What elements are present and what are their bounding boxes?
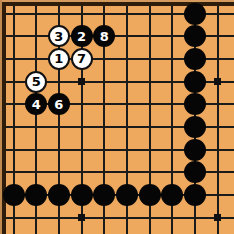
stone-black-8: 8 [93,25,115,47]
star-point [214,78,221,85]
stone-black-2: 2 [71,25,93,47]
stone-black [116,184,138,206]
stone-white-5: 5 [25,71,47,93]
stone-black [3,184,25,206]
stone-black [48,184,70,206]
stone-black [161,184,183,206]
grid-line-v [217,6,219,234]
stone-black [184,3,206,25]
star-point [78,214,85,221]
stone-black [184,139,206,161]
stone-black-4: 4 [25,93,47,115]
go-board: 12345678 [0,0,234,234]
stone-black [71,184,93,206]
stone-black [184,184,206,206]
stone-black [25,184,47,206]
stone-black [184,116,206,138]
stone-black [184,93,206,115]
star-point [78,78,85,85]
stone-white-1: 1 [48,48,70,70]
stone-black [184,48,206,70]
stone-black [184,161,206,183]
grid-line-h [6,217,234,219]
go-diagram: 12345678 [0,0,234,234]
stone-white-3: 3 [48,25,70,47]
stone-white-7: 7 [71,48,93,70]
stone-black [184,25,206,47]
stone-black [93,184,115,206]
stone-black-6: 6 [48,93,70,115]
stone-black [184,71,206,93]
star-point [214,214,221,221]
stone-black [139,184,161,206]
